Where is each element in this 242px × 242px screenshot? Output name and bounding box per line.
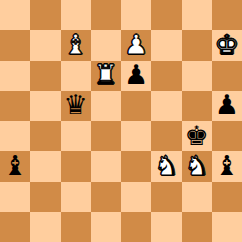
square-d3[interactable] <box>91 151 121 181</box>
square-b7[interactable] <box>30 30 60 60</box>
square-e6[interactable]: ♟ <box>121 61 151 91</box>
square-g3[interactable]: ♞ <box>182 151 212 181</box>
square-f3[interactable]: ♞ <box>151 151 181 181</box>
square-d6[interactable]: ♜ <box>91 61 121 91</box>
square-g7[interactable] <box>182 30 212 60</box>
square-g1[interactable] <box>182 212 212 242</box>
square-e8[interactable] <box>121 0 151 30</box>
square-h3[interactable]: ♝ <box>212 151 242 181</box>
square-h4[interactable] <box>212 121 242 151</box>
square-d7[interactable] <box>91 30 121 60</box>
square-e3[interactable] <box>121 151 151 181</box>
square-b3[interactable] <box>30 151 60 181</box>
square-h5[interactable]: ♟ <box>212 91 242 121</box>
piece-black-pawn-e6[interactable]: ♟ <box>124 61 148 88</box>
square-b5[interactable] <box>30 91 60 121</box>
piece-white-bishop-c7[interactable]: ♝ <box>64 31 88 58</box>
chess-board: ♝♟♚♜♟♛♟♚♝♞♞♝ <box>0 0 242 242</box>
square-g2[interactable] <box>182 182 212 212</box>
square-g4[interactable]: ♚ <box>182 121 212 151</box>
square-a4[interactable] <box>0 121 30 151</box>
square-g5[interactable] <box>182 91 212 121</box>
square-e2[interactable] <box>121 182 151 212</box>
square-a3[interactable]: ♝ <box>0 151 30 181</box>
square-d5[interactable] <box>91 91 121 121</box>
square-d4[interactable] <box>91 121 121 151</box>
piece-white-king-h7[interactable]: ♚ <box>215 31 239 58</box>
square-g6[interactable] <box>182 61 212 91</box>
square-f8[interactable] <box>151 0 181 30</box>
square-a5[interactable] <box>0 91 30 121</box>
square-e7[interactable]: ♟ <box>121 30 151 60</box>
square-c6[interactable] <box>61 61 91 91</box>
square-c1[interactable] <box>61 212 91 242</box>
square-f6[interactable] <box>151 61 181 91</box>
square-a2[interactable] <box>0 182 30 212</box>
square-b4[interactable] <box>30 121 60 151</box>
square-h8[interactable] <box>212 0 242 30</box>
square-c3[interactable] <box>61 151 91 181</box>
square-f4[interactable] <box>151 121 181 151</box>
square-h1[interactable] <box>212 212 242 242</box>
piece-black-bishop-a3[interactable]: ♝ <box>3 152 27 179</box>
square-a7[interactable] <box>0 30 30 60</box>
square-b1[interactable] <box>30 212 60 242</box>
square-d8[interactable] <box>91 0 121 30</box>
square-e1[interactable] <box>121 212 151 242</box>
square-e5[interactable] <box>121 91 151 121</box>
board-wrap: ♝♟♚♜♟♛♟♚♝♞♞♝ <box>0 0 242 242</box>
square-b2[interactable] <box>30 182 60 212</box>
square-c7[interactable]: ♝ <box>61 30 91 60</box>
square-c8[interactable] <box>61 0 91 30</box>
square-c5[interactable]: ♛ <box>61 91 91 121</box>
piece-black-pawn-h5[interactable]: ♟ <box>215 91 239 118</box>
square-d1[interactable] <box>91 212 121 242</box>
square-f2[interactable] <box>151 182 181 212</box>
square-e4[interactable] <box>121 121 151 151</box>
square-d2[interactable] <box>91 182 121 212</box>
square-c4[interactable] <box>61 121 91 151</box>
square-f7[interactable] <box>151 30 181 60</box>
square-a6[interactable] <box>0 61 30 91</box>
square-g8[interactable] <box>182 0 212 30</box>
square-h2[interactable] <box>212 182 242 212</box>
piece-black-bishop-h3[interactable]: ♝ <box>215 152 239 179</box>
square-f5[interactable] <box>151 91 181 121</box>
square-f1[interactable] <box>151 212 181 242</box>
square-h6[interactable] <box>212 61 242 91</box>
square-b6[interactable] <box>30 61 60 91</box>
piece-white-pawn-e7[interactable]: ♟ <box>124 31 148 58</box>
square-b8[interactable] <box>30 0 60 30</box>
piece-white-rook-d6[interactable]: ♜ <box>94 61 118 88</box>
piece-black-queen-c5[interactable]: ♛ <box>64 91 88 118</box>
square-c2[interactable] <box>61 182 91 212</box>
piece-black-king-g4[interactable]: ♚ <box>185 122 209 149</box>
piece-white-knight-f3[interactable]: ♞ <box>154 152 178 179</box>
square-a1[interactable] <box>0 212 30 242</box>
square-a8[interactable] <box>0 0 30 30</box>
square-h7[interactable]: ♚ <box>212 30 242 60</box>
piece-white-knight-g3[interactable]: ♞ <box>185 152 209 179</box>
